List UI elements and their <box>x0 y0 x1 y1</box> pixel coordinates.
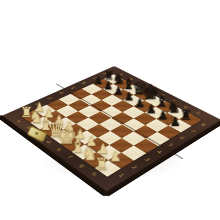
chess-set-product-photo: ♜♞♝♛♚♝♞♜♟♟♟♟♟♟♟♟♟♟♟♟♟♟♟♟♜♞♝♛♚♝♞♜ aa88bb7… <box>0 0 220 220</box>
file-label: a <box>16 119 23 123</box>
piece-white-queen: ♛ <box>47 120 65 140</box>
clasp-pin-icon <box>35 131 39 135</box>
file-label: d <box>45 140 53 144</box>
file-label: b <box>129 78 135 81</box>
rank-label: 2 <box>131 165 139 170</box>
rank-label: 7 <box>190 129 197 133</box>
file-label: c <box>139 83 145 86</box>
file-label: g <box>78 163 86 168</box>
file-label: e <box>56 147 64 151</box>
file-label: d <box>149 88 155 91</box>
rank-label: 2 <box>34 102 41 106</box>
file-label: h <box>195 111 202 115</box>
rank-label: 3 <box>46 97 53 100</box>
board-grid: ♜♞♝♛♚♝♞♜♟♟♟♟♟♟♟♟♟♟♟♟♟♟♟♟♜♞♝♛♚♝♞♜ <box>21 74 202 177</box>
file-label: f <box>67 155 74 159</box>
rank-label: 7 <box>92 77 98 80</box>
rank-label: 1 <box>117 173 125 178</box>
file-label: e <box>160 94 166 97</box>
rank-label: 8 <box>200 123 207 127</box>
file-label: f <box>171 99 176 102</box>
rank-label: 4 <box>58 91 65 94</box>
board-3d-scene: ♜♞♝♛♚♝♞♜♟♟♟♟♟♟♟♟♟♟♟♟♟♟♟♟♜♞♝♛♚♝♞♜ aa88bb7… <box>33 40 189 196</box>
rank-label: 5 <box>70 86 76 89</box>
square-g8: ♞ <box>167 107 189 119</box>
file-label: g <box>183 105 190 109</box>
rank-label: 5 <box>167 143 174 147</box>
rank-label: 1 <box>21 108 28 112</box>
rank-label: 4 <box>156 150 164 155</box>
rank-label: 6 <box>179 136 186 140</box>
square-h6 <box>157 126 181 140</box>
rank-label: 3 <box>143 157 151 162</box>
rank-label: 6 <box>81 81 87 84</box>
file-label: h <box>90 172 98 177</box>
file-label: a <box>119 73 125 76</box>
rank-label: 8 <box>102 72 108 75</box>
